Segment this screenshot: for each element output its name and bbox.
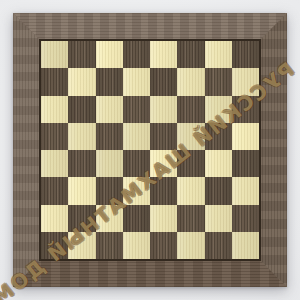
square-b6: [68, 96, 95, 123]
square-e8: [150, 41, 177, 68]
square-a4: [41, 150, 68, 177]
square-e5: [150, 123, 177, 150]
square-g6: [205, 96, 232, 123]
square-f6: [177, 96, 204, 123]
square-f8: [177, 41, 204, 68]
square-b2: [68, 205, 95, 232]
square-e7: [150, 68, 177, 95]
square-b8: [68, 41, 95, 68]
photo-background: РУССКИЙ ШАХМАТНЫЙ ДОМ: [0, 0, 300, 300]
square-b4: [68, 150, 95, 177]
square-d2: [123, 205, 150, 232]
square-h3: [232, 177, 259, 204]
square-f4: [177, 150, 204, 177]
chess-board: [13, 13, 287, 287]
square-e1: [150, 232, 177, 259]
square-h4: [232, 150, 259, 177]
square-b7: [68, 68, 95, 95]
square-g5: [205, 123, 232, 150]
board-squares-grid: [41, 41, 259, 259]
square-g3: [205, 177, 232, 204]
square-a5: [41, 123, 68, 150]
board-frame-bottom: [13, 259, 287, 287]
square-g8: [205, 41, 232, 68]
square-g2: [205, 205, 232, 232]
square-c1: [96, 232, 123, 259]
square-b3: [68, 177, 95, 204]
square-b1: [68, 232, 95, 259]
square-c7: [96, 68, 123, 95]
square-e6: [150, 96, 177, 123]
square-h6: [232, 96, 259, 123]
square-g7: [205, 68, 232, 95]
square-a6: [41, 96, 68, 123]
square-a3: [41, 177, 68, 204]
square-g1: [205, 232, 232, 259]
square-c5: [96, 123, 123, 150]
square-h7: [232, 68, 259, 95]
board-frame-top: [13, 13, 287, 41]
square-a8: [41, 41, 68, 68]
square-d8: [123, 41, 150, 68]
square-d5: [123, 123, 150, 150]
square-f1: [177, 232, 204, 259]
square-h8: [232, 41, 259, 68]
board-frame-left: [13, 13, 41, 287]
square-d6: [123, 96, 150, 123]
square-a2: [41, 205, 68, 232]
square-d7: [123, 68, 150, 95]
square-f2: [177, 205, 204, 232]
square-f7: [177, 68, 204, 95]
square-h5: [232, 123, 259, 150]
square-c4: [96, 150, 123, 177]
board-frame-right: [259, 13, 287, 287]
square-h1: [232, 232, 259, 259]
square-d3: [123, 177, 150, 204]
square-g4: [205, 150, 232, 177]
square-a7: [41, 68, 68, 95]
square-c2: [96, 205, 123, 232]
square-c6: [96, 96, 123, 123]
square-d4: [123, 150, 150, 177]
square-f3: [177, 177, 204, 204]
square-c8: [96, 41, 123, 68]
square-e3: [150, 177, 177, 204]
square-e2: [150, 205, 177, 232]
square-b5: [68, 123, 95, 150]
square-c3: [96, 177, 123, 204]
square-a1: [41, 232, 68, 259]
square-f5: [177, 123, 204, 150]
square-d1: [123, 232, 150, 259]
square-h2: [232, 205, 259, 232]
square-e4: [150, 150, 177, 177]
